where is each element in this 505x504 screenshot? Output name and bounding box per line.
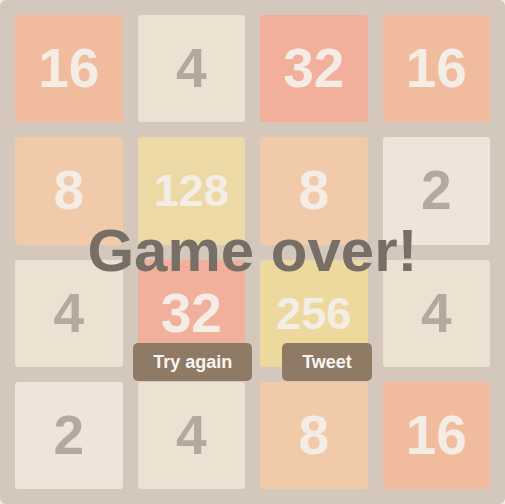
message-button-row: Try again Tweet — [0, 343, 505, 381]
tweet-button[interactable]: Tweet — [282, 343, 372, 381]
try-again-button[interactable]: Try again — [133, 343, 252, 381]
game-over-title: Game over! — [0, 221, 505, 281]
game-over-message: Game over! Try again Tweet — [0, 0, 505, 504]
